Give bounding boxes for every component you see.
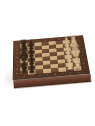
- file-label-f: f: [17, 65, 18, 66]
- file-label-b: b: [17, 49, 19, 50]
- square-h6: [36, 69, 44, 74]
- square-d1: ♛: [71, 50, 79, 54]
- file-label-b: b: [80, 44, 82, 45]
- file-label-c: c: [80, 47, 82, 48]
- square-d7: ♟: [28, 54, 35, 58]
- square-d4: [49, 52, 57, 56]
- file-label-d: d: [16, 57, 18, 58]
- file-label-g: g: [16, 69, 18, 71]
- square-h7: ♟: [28, 70, 36, 75]
- rank-label-8: 8: [20, 76, 28, 78]
- chess-board-frame: 87654321 87654321 abcdefgh abcdefgh ♜♟♟♜…: [13, 35, 90, 80]
- file-label-d: d: [81, 51, 83, 52]
- rank-label-1: 1: [74, 71, 82, 73]
- file-label-f: f: [83, 59, 84, 60]
- rank-label-3: 3: [59, 73, 67, 75]
- file-label-e: e: [82, 55, 84, 56]
- square-e8: ♚: [20, 58, 27, 63]
- file-label-g: g: [83, 63, 85, 64]
- board-squares: ♜♟♟♜♞♟♟♞♝♟♟♝♛♟♟♛♚♟♟♚♝♟♟♝♞♟♟♞♜♟♟♜: [20, 39, 81, 75]
- chess-set: 87654321 87654321 abcdefgh abcdefgh ♜♟♟♜…: [10, 17, 89, 96]
- board-tilt: 87654321 87654321 abcdefgh abcdefgh ♜♟♟♜…: [13, 35, 90, 80]
- file-label-a: a: [17, 45, 18, 46]
- file-label-a: a: [79, 40, 81, 41]
- rank-label-5: 5: [43, 74, 51, 76]
- square-h8: ♜: [20, 70, 28, 75]
- file-label-c: c: [17, 53, 18, 54]
- rank-label-6: 6: [36, 75, 44, 77]
- rank-label-7: 7: [28, 75, 36, 77]
- square-d8: ♛: [20, 55, 27, 59]
- square-d6: [35, 53, 42, 57]
- file-label-e: e: [16, 61, 18, 62]
- coordinate-labels-left: abcdefgh: [15, 44, 20, 76]
- file-label-h: h: [16, 73, 18, 75]
- rank-label-2: 2: [67, 72, 75, 74]
- rank-label-4: 4: [51, 73, 59, 75]
- square-h1: ♜: [73, 66, 81, 71]
- square-h3: [58, 67, 66, 72]
- file-label-h: h: [84, 67, 86, 69]
- chess-set-product-photo[interactable]: 87654321 87654321 abcdefgh abcdefgh ♜♟♟♜…: [0, 0, 95, 126]
